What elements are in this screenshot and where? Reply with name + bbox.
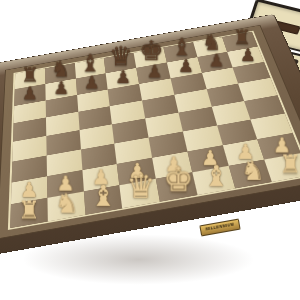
square-c2[interactable]: ♟ xyxy=(82,164,120,192)
piece-white-rook: ♜ xyxy=(279,153,300,178)
piece-white-pawn: ♟ xyxy=(273,135,292,156)
piece-black-pawn: ♟ xyxy=(178,57,194,75)
square-f6[interactable] xyxy=(170,73,206,95)
chessboard-grid: ♜♞♝♛♚♝♞♜♟♟♟♟♟♟♟♟♟♟♟♟♟♟♟♟♜♞♝♛♚♝♞♜ xyxy=(10,32,300,228)
square-e2[interactable]: ♟ xyxy=(152,151,192,179)
square-e1[interactable]: ♚ xyxy=(156,173,197,202)
piece-black-pawn: ♟ xyxy=(84,73,100,91)
piece-white-pawn: ♟ xyxy=(128,160,147,181)
square-a1[interactable]: ♜ xyxy=(10,198,47,228)
square-b1[interactable]: ♞ xyxy=(47,192,85,222)
piece-white-pawn: ♟ xyxy=(92,166,111,187)
square-h6[interactable] xyxy=(233,62,271,84)
piece-white-pawn: ♟ xyxy=(237,141,256,162)
piece-black-bishop: ♝ xyxy=(80,51,101,75)
piece-black-queen: ♛ xyxy=(109,43,133,69)
product-photo-chess-set: ♜♞♝♛♚♝♞♜♟♟♟♟♟♟♟♟♟♟♟♟♟♟♟♟♜♞♝♛♚♝♞♜ MILLENN… xyxy=(0,0,300,300)
piece-black-pawn: ♟ xyxy=(146,62,162,80)
piece-black-bishop: ♝ xyxy=(171,35,192,59)
piece-white-pawn: ♟ xyxy=(201,147,220,168)
board-tilt-wrapper: ♜♞♝♛♚♝♞♜♟♟♟♟♟♟♟♟♟♟♟♟♟♟♟♟♜♞♝♛♚♝♞♜ xyxy=(0,0,300,300)
piece-black-pawn: ♟ xyxy=(22,84,38,102)
board-margin: ♜♞♝♛♚♝♞♜♟♟♟♟♟♟♟♟♟♟♟♟♟♟♟♟♜♞♝♛♚♝♞♜ xyxy=(0,25,300,239)
piece-black-rook: ♜ xyxy=(233,28,251,48)
square-f2[interactable]: ♟ xyxy=(187,145,228,172)
square-h1[interactable]: ♜ xyxy=(265,153,300,182)
square-f1[interactable]: ♝ xyxy=(192,166,235,195)
piece-black-pawn: ♟ xyxy=(209,51,225,69)
piece-black-rook: ♜ xyxy=(21,66,39,86)
piece-black-king: ♚ xyxy=(139,37,164,64)
piece-white-pawn: ♟ xyxy=(164,154,183,175)
square-c1[interactable]: ♝ xyxy=(83,185,122,215)
piece-black-knight: ♞ xyxy=(202,32,222,54)
square-d1[interactable]: ♛ xyxy=(120,179,160,208)
piece-black-pawn: ♟ xyxy=(115,68,131,86)
piece-white-pawn: ♟ xyxy=(20,179,39,200)
playing-field: ♜♞♝♛♚♝♞♜♟♟♟♟♟♟♟♟♟♟♟♟♟♟♟♟♜♞♝♛♚♝♞♜ xyxy=(8,31,300,230)
square-c6[interactable] xyxy=(77,89,110,112)
piece-black-knight: ♞ xyxy=(50,58,70,80)
piece-black-pawn: ♟ xyxy=(53,79,69,97)
chessboard-frame: ♜♞♝♛♚♝♞♜♟♟♟♟♟♟♟♟♟♟♟♟♟♟♟♟♜♞♝♛♚♝♞♜ xyxy=(0,14,300,259)
piece-white-pawn: ♟ xyxy=(56,173,75,194)
piece-white-rook: ♜ xyxy=(18,199,40,224)
square-g1[interactable]: ♞ xyxy=(228,160,272,189)
square-d2[interactable]: ♟ xyxy=(117,158,156,186)
piece-black-pawn: ♟ xyxy=(240,46,256,64)
piece-white-bishop: ♝ xyxy=(90,181,116,210)
